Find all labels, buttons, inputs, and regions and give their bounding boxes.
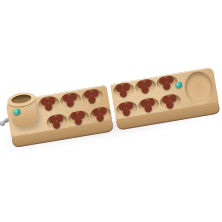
board-right-half: ●●● ●●● ●●● ●●● ●●● ●●● [110,67,220,131]
seed: ● [122,107,131,117]
pit-top-1[interactable]: ●●● [37,95,60,112]
seed: ● [44,102,53,112]
pit-top-2[interactable]: ●●● [59,91,82,108]
left-store-cup [7,91,40,129]
left-store-hollow [11,93,32,104]
pit-bottom-6[interactable]: ●●● [159,93,182,110]
seed: ● [162,81,171,91]
seed: ● [165,99,174,109]
pit-top-5[interactable]: ●●● [134,78,157,95]
seed: ● [140,84,149,94]
seed: ● [143,103,152,113]
product-photo-scene: ●●● ●●● ●●● ●●● ●●● ●●● ●●● ●●● ●●● ●●● … [0,0,222,222]
seed: ● [66,98,75,108]
seed: ● [87,94,96,104]
mancala-board: ●●● ●●● ●●● ●●● ●●● ●●● ●●● ●●● ●●● ●●● … [6,67,221,148]
hinge-pin-knob [0,121,5,126]
pit-top-4[interactable]: ●●● [112,81,135,98]
right-store-hollow [182,69,215,106]
seed: ● [119,88,128,98]
pit-bottom-4[interactable]: ●●● [115,100,138,117]
pit-bottom-5[interactable]: ●●● [137,96,160,113]
teal-gem-icon-right [175,81,183,88]
pit-top-3[interactable]: ●●● [81,88,104,105]
board-left-half: ●●● ●●● ●●● ●●● ●●● ●●● [6,85,114,148]
